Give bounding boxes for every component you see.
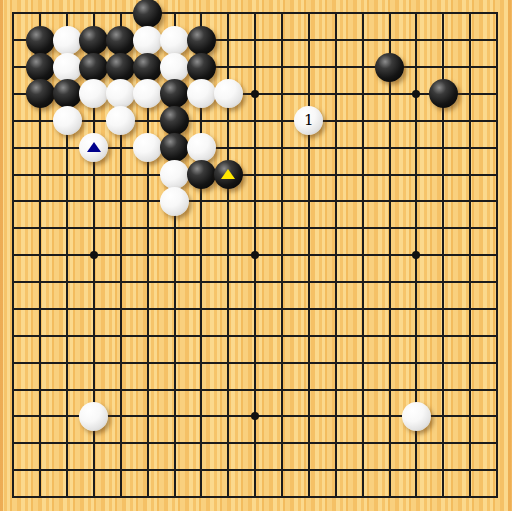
board-point[interactable] xyxy=(483,134,510,161)
board-point[interactable] xyxy=(349,269,376,296)
board-point[interactable] xyxy=(27,483,54,510)
board-point[interactable] xyxy=(27,161,54,188)
board-point[interactable] xyxy=(134,457,161,484)
board-point[interactable] xyxy=(457,134,484,161)
board-point[interactable] xyxy=(215,349,242,376)
board-point[interactable] xyxy=(107,376,134,403)
board-point[interactable] xyxy=(54,242,81,269)
board-point[interactable] xyxy=(188,349,215,376)
board-point[interactable] xyxy=(349,430,376,457)
board-point[interactable] xyxy=(457,430,484,457)
board-point[interactable] xyxy=(107,134,134,161)
board-point[interactable] xyxy=(457,322,484,349)
board-point[interactable] xyxy=(349,483,376,510)
board-point[interactable] xyxy=(322,457,349,484)
board-point[interactable] xyxy=(134,54,161,81)
board-point[interactable] xyxy=(483,430,510,457)
board-point[interactable] xyxy=(242,349,269,376)
board-point[interactable] xyxy=(107,161,134,188)
board-point[interactable] xyxy=(54,0,81,27)
board-point[interactable] xyxy=(403,349,430,376)
board-point[interactable] xyxy=(242,430,269,457)
board-point[interactable] xyxy=(403,81,430,108)
board-point[interactable] xyxy=(430,54,457,81)
board-point[interactable] xyxy=(107,457,134,484)
board-point[interactable] xyxy=(295,0,322,27)
board-point[interactable] xyxy=(134,27,161,54)
board-point[interactable] xyxy=(242,0,269,27)
board-point[interactable] xyxy=(161,134,188,161)
board-point[interactable] xyxy=(161,322,188,349)
board-point[interactable] xyxy=(269,403,296,430)
board-point[interactable] xyxy=(27,322,54,349)
board-point[interactable] xyxy=(242,161,269,188)
board-point[interactable] xyxy=(376,134,403,161)
board-point[interactable] xyxy=(54,54,81,81)
board-point[interactable] xyxy=(0,483,27,510)
board-point[interactable] xyxy=(322,27,349,54)
board-point[interactable] xyxy=(295,188,322,215)
board-point[interactable] xyxy=(430,295,457,322)
board-point[interactable] xyxy=(295,81,322,108)
board-point[interactable] xyxy=(215,295,242,322)
board-point[interactable] xyxy=(242,295,269,322)
board-point[interactable] xyxy=(269,269,296,296)
board-point[interactable] xyxy=(0,457,27,484)
board-point[interactable] xyxy=(81,295,108,322)
board-point[interactable] xyxy=(215,322,242,349)
board-point[interactable] xyxy=(107,295,134,322)
board-point[interactable] xyxy=(242,483,269,510)
board-point[interactable] xyxy=(269,81,296,108)
board-point[interactable] xyxy=(27,430,54,457)
board-point[interactable] xyxy=(457,54,484,81)
board-point[interactable] xyxy=(295,215,322,242)
board-point[interactable] xyxy=(27,269,54,296)
board-point[interactable] xyxy=(54,322,81,349)
board-point[interactable] xyxy=(457,349,484,376)
board-point[interactable] xyxy=(54,483,81,510)
board-point[interactable] xyxy=(403,376,430,403)
board-point[interactable] xyxy=(134,403,161,430)
board-point[interactable] xyxy=(27,0,54,27)
board-point[interactable] xyxy=(483,27,510,54)
board-point[interactable] xyxy=(107,403,134,430)
board-point[interactable] xyxy=(376,269,403,296)
board-point[interactable] xyxy=(349,457,376,484)
board-point[interactable] xyxy=(269,0,296,27)
board-point[interactable] xyxy=(134,322,161,349)
board-point[interactable] xyxy=(81,349,108,376)
board-point[interactable] xyxy=(215,107,242,134)
board-point[interactable] xyxy=(134,0,161,27)
board-point[interactable] xyxy=(295,430,322,457)
board-point[interactable] xyxy=(430,376,457,403)
board-point[interactable] xyxy=(215,269,242,296)
board-point[interactable] xyxy=(215,242,242,269)
board-point[interactable] xyxy=(0,161,27,188)
board-point[interactable] xyxy=(161,215,188,242)
board-point[interactable] xyxy=(188,215,215,242)
board-point[interactable] xyxy=(134,295,161,322)
board-point[interactable] xyxy=(0,27,27,54)
board-point[interactable] xyxy=(457,483,484,510)
board-point[interactable] xyxy=(161,269,188,296)
board-point[interactable] xyxy=(349,376,376,403)
board-point[interactable] xyxy=(295,457,322,484)
board-point[interactable] xyxy=(27,295,54,322)
board-point[interactable] xyxy=(269,54,296,81)
board-point[interactable] xyxy=(107,430,134,457)
board-point[interactable] xyxy=(242,134,269,161)
board-point[interactable] xyxy=(430,403,457,430)
board-point[interactable] xyxy=(161,161,188,188)
board-point[interactable] xyxy=(457,81,484,108)
board-point[interactable] xyxy=(54,295,81,322)
board-point[interactable] xyxy=(376,483,403,510)
board-point[interactable] xyxy=(161,242,188,269)
board-point[interactable] xyxy=(161,349,188,376)
board-point[interactable] xyxy=(349,215,376,242)
board-point[interactable] xyxy=(349,54,376,81)
board-point[interactable] xyxy=(322,188,349,215)
board-point[interactable] xyxy=(242,457,269,484)
board-point[interactable] xyxy=(457,27,484,54)
board-point[interactable] xyxy=(457,0,484,27)
board-point[interactable] xyxy=(483,161,510,188)
board-point[interactable] xyxy=(242,376,269,403)
board-point[interactable] xyxy=(457,242,484,269)
board-point[interactable] xyxy=(188,295,215,322)
board-point[interactable] xyxy=(376,242,403,269)
board-point[interactable] xyxy=(430,107,457,134)
board-point[interactable] xyxy=(483,242,510,269)
board-point[interactable] xyxy=(403,242,430,269)
board-point[interactable] xyxy=(457,161,484,188)
board-point[interactable] xyxy=(483,457,510,484)
board-point[interactable] xyxy=(403,430,430,457)
board-point[interactable] xyxy=(27,457,54,484)
board-point[interactable] xyxy=(376,349,403,376)
board-point[interactable] xyxy=(0,403,27,430)
board-point[interactable] xyxy=(161,376,188,403)
board-point[interactable] xyxy=(295,27,322,54)
board-point[interactable] xyxy=(242,403,269,430)
board-point[interactable] xyxy=(483,215,510,242)
board-point[interactable] xyxy=(134,107,161,134)
board-point[interactable] xyxy=(81,430,108,457)
board-point[interactable] xyxy=(54,134,81,161)
board-point[interactable] xyxy=(81,161,108,188)
board-point[interactable] xyxy=(161,81,188,108)
board-point[interactable] xyxy=(54,430,81,457)
board-point[interactable] xyxy=(188,269,215,296)
board-point[interactable] xyxy=(349,188,376,215)
board-point[interactable] xyxy=(483,322,510,349)
board-point[interactable] xyxy=(81,269,108,296)
board-point[interactable] xyxy=(27,215,54,242)
board-point[interactable] xyxy=(161,107,188,134)
board-point[interactable] xyxy=(0,188,27,215)
board-point[interactable] xyxy=(376,322,403,349)
board-point[interactable] xyxy=(295,403,322,430)
board-point[interactable] xyxy=(27,188,54,215)
board-point[interactable] xyxy=(134,242,161,269)
board-point[interactable] xyxy=(161,457,188,484)
board-point[interactable] xyxy=(161,483,188,510)
board-point[interactable] xyxy=(349,322,376,349)
board-point[interactable] xyxy=(161,188,188,215)
board-point[interactable] xyxy=(322,349,349,376)
board-point[interactable] xyxy=(107,483,134,510)
board-point[interactable] xyxy=(81,81,108,108)
board-point[interactable] xyxy=(0,54,27,81)
board-point[interactable] xyxy=(215,483,242,510)
board-point[interactable] xyxy=(349,27,376,54)
board-point[interactable] xyxy=(457,269,484,296)
board-point[interactable] xyxy=(188,134,215,161)
board-point[interactable] xyxy=(134,188,161,215)
board-point[interactable] xyxy=(349,242,376,269)
board-point[interactable] xyxy=(0,81,27,108)
board-point[interactable] xyxy=(349,134,376,161)
board-point[interactable] xyxy=(0,349,27,376)
board-point[interactable] xyxy=(0,0,27,27)
board-point[interactable] xyxy=(27,81,54,108)
board-point[interactable] xyxy=(54,349,81,376)
board-point[interactable] xyxy=(54,376,81,403)
board-point[interactable] xyxy=(483,54,510,81)
board-point[interactable] xyxy=(161,27,188,54)
board-point[interactable] xyxy=(242,188,269,215)
board-point[interactable] xyxy=(107,0,134,27)
board-point[interactable] xyxy=(81,54,108,81)
board-point[interactable] xyxy=(27,107,54,134)
board-point[interactable] xyxy=(403,0,430,27)
board-point[interactable] xyxy=(403,483,430,510)
board-point[interactable] xyxy=(81,457,108,484)
board-point[interactable] xyxy=(322,403,349,430)
board-point[interactable] xyxy=(295,295,322,322)
board-point[interactable] xyxy=(215,430,242,457)
board-point[interactable] xyxy=(322,107,349,134)
board-point[interactable] xyxy=(322,0,349,27)
board-point[interactable] xyxy=(81,376,108,403)
board-point[interactable] xyxy=(107,215,134,242)
board-point[interactable] xyxy=(457,403,484,430)
board-point[interactable] xyxy=(215,27,242,54)
board-point[interactable] xyxy=(242,54,269,81)
board-point[interactable] xyxy=(403,322,430,349)
board-point[interactable] xyxy=(0,107,27,134)
board-point[interactable] xyxy=(269,161,296,188)
board-point[interactable] xyxy=(242,322,269,349)
board-point[interactable] xyxy=(430,81,457,108)
board-point[interactable] xyxy=(457,188,484,215)
board-point[interactable] xyxy=(322,430,349,457)
board-point[interactable] xyxy=(188,403,215,430)
board-point[interactable] xyxy=(322,483,349,510)
board-point[interactable] xyxy=(27,242,54,269)
board-point[interactable] xyxy=(215,0,242,27)
board-point[interactable] xyxy=(430,134,457,161)
board-point[interactable] xyxy=(134,376,161,403)
board-point[interactable] xyxy=(376,457,403,484)
board-point[interactable] xyxy=(107,27,134,54)
board-point[interactable] xyxy=(269,376,296,403)
board-point[interactable] xyxy=(0,134,27,161)
board-point[interactable] xyxy=(215,54,242,81)
board-point[interactable] xyxy=(483,349,510,376)
board-point[interactable] xyxy=(295,349,322,376)
board-point[interactable] xyxy=(269,430,296,457)
board-point[interactable] xyxy=(430,188,457,215)
board-point[interactable] xyxy=(295,483,322,510)
board-point[interactable] xyxy=(81,107,108,134)
board-point[interactable] xyxy=(430,483,457,510)
board-point[interactable] xyxy=(188,0,215,27)
board-point[interactable] xyxy=(403,403,430,430)
board-point[interactable] xyxy=(349,349,376,376)
board-point[interactable] xyxy=(188,107,215,134)
board-point[interactable] xyxy=(107,242,134,269)
board-point[interactable] xyxy=(483,0,510,27)
board-point[interactable] xyxy=(54,107,81,134)
board-point[interactable] xyxy=(269,107,296,134)
board-point[interactable] xyxy=(81,27,108,54)
board-point[interactable] xyxy=(403,107,430,134)
board-point[interactable] xyxy=(403,188,430,215)
board-point[interactable] xyxy=(430,161,457,188)
board-point[interactable] xyxy=(81,215,108,242)
board-point[interactable] xyxy=(161,54,188,81)
board-point[interactable] xyxy=(322,322,349,349)
board-point[interactable] xyxy=(161,0,188,27)
board-point[interactable] xyxy=(269,295,296,322)
board-point[interactable] xyxy=(430,27,457,54)
board-point[interactable] xyxy=(215,188,242,215)
board-point[interactable] xyxy=(81,403,108,430)
board-point[interactable] xyxy=(215,81,242,108)
board-point[interactable] xyxy=(188,27,215,54)
board-point[interactable] xyxy=(269,27,296,54)
board-point[interactable] xyxy=(295,54,322,81)
board-point[interactable] xyxy=(349,161,376,188)
board-point[interactable] xyxy=(376,188,403,215)
board-point[interactable] xyxy=(295,242,322,269)
board-point[interactable] xyxy=(376,107,403,134)
board-point[interactable] xyxy=(376,430,403,457)
board-point[interactable] xyxy=(322,54,349,81)
board-point[interactable]: 1 xyxy=(295,107,322,134)
board-point[interactable] xyxy=(81,483,108,510)
board-point[interactable] xyxy=(107,107,134,134)
board-point[interactable] xyxy=(188,483,215,510)
board-point[interactable] xyxy=(161,430,188,457)
board-point[interactable] xyxy=(54,215,81,242)
board-point[interactable] xyxy=(215,457,242,484)
board-point[interactable] xyxy=(188,457,215,484)
board-point[interactable] xyxy=(376,215,403,242)
board-point[interactable] xyxy=(295,269,322,296)
board-point[interactable] xyxy=(27,403,54,430)
board-point[interactable] xyxy=(215,161,242,188)
board-point[interactable] xyxy=(269,242,296,269)
board-point[interactable] xyxy=(0,295,27,322)
board-point[interactable] xyxy=(134,81,161,108)
board-point[interactable] xyxy=(269,322,296,349)
board-point[interactable] xyxy=(0,269,27,296)
board-point[interactable] xyxy=(81,0,108,27)
board-point[interactable] xyxy=(403,54,430,81)
board-point[interactable] xyxy=(54,161,81,188)
board-point[interactable] xyxy=(483,81,510,108)
board-point[interactable] xyxy=(242,215,269,242)
board-point[interactable] xyxy=(376,27,403,54)
board-point[interactable] xyxy=(403,134,430,161)
board-point[interactable] xyxy=(0,242,27,269)
board-point[interactable] xyxy=(295,322,322,349)
board-point[interactable] xyxy=(403,27,430,54)
board-point[interactable] xyxy=(483,295,510,322)
board-point[interactable] xyxy=(27,134,54,161)
board-point[interactable] xyxy=(376,376,403,403)
board-point[interactable] xyxy=(483,107,510,134)
board-point[interactable] xyxy=(403,215,430,242)
board-point[interactable] xyxy=(134,269,161,296)
board-point[interactable] xyxy=(295,134,322,161)
board-point[interactable] xyxy=(483,188,510,215)
board-point[interactable] xyxy=(430,269,457,296)
board-point[interactable] xyxy=(188,188,215,215)
board-point[interactable] xyxy=(134,215,161,242)
board-point[interactable] xyxy=(322,161,349,188)
board-point[interactable] xyxy=(107,188,134,215)
board-point[interactable] xyxy=(107,269,134,296)
board-point[interactable] xyxy=(457,295,484,322)
board-point[interactable] xyxy=(188,242,215,269)
board-point[interactable] xyxy=(215,134,242,161)
board-point[interactable] xyxy=(161,403,188,430)
board-point[interactable] xyxy=(188,81,215,108)
board-point[interactable] xyxy=(107,322,134,349)
board-point[interactable] xyxy=(457,457,484,484)
board-point[interactable] xyxy=(403,295,430,322)
board-point[interactable] xyxy=(403,269,430,296)
board-point[interactable] xyxy=(457,215,484,242)
board-point[interactable] xyxy=(483,483,510,510)
board-point[interactable] xyxy=(430,457,457,484)
board-point[interactable] xyxy=(81,134,108,161)
board-point[interactable] xyxy=(349,81,376,108)
board-point[interactable] xyxy=(457,376,484,403)
board-point[interactable] xyxy=(376,81,403,108)
board-point[interactable] xyxy=(269,483,296,510)
board-point[interactable] xyxy=(376,54,403,81)
board-point[interactable] xyxy=(430,322,457,349)
board-point[interactable] xyxy=(349,0,376,27)
board-point[interactable] xyxy=(322,242,349,269)
board-point[interactable] xyxy=(54,27,81,54)
board-point[interactable] xyxy=(269,134,296,161)
board-point[interactable] xyxy=(483,403,510,430)
board-point[interactable] xyxy=(269,349,296,376)
board-point[interactable] xyxy=(295,376,322,403)
board-point[interactable] xyxy=(107,349,134,376)
board-point[interactable] xyxy=(483,376,510,403)
board-point[interactable] xyxy=(134,134,161,161)
board-point[interactable] xyxy=(349,403,376,430)
